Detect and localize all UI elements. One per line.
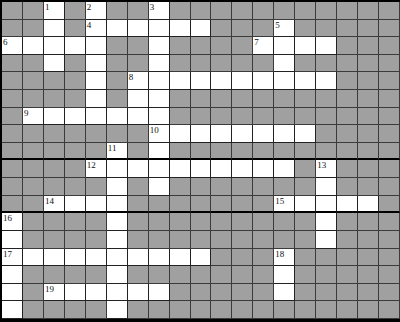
cell-r11c4[interactable] — [86, 196, 107, 214]
blocked-cell-r13c17 — [358, 231, 379, 249]
cell-r16c6[interactable] — [128, 284, 149, 302]
blocked-cell-r0c9 — [191, 2, 212, 20]
blocked-cell-r17c11 — [232, 301, 253, 319]
cell-r11c14[interactable] — [295, 196, 316, 214]
blocked-cell-r12c17 — [358, 213, 379, 231]
blocked-cell-r6c13 — [274, 108, 295, 126]
cell-r7c13[interactable] — [274, 125, 295, 143]
cell-r12c0[interactable]: 16 — [2, 213, 23, 231]
blocked-cell-r0c5 — [107, 2, 128, 20]
cell-r9c13[interactable] — [274, 160, 295, 178]
blocked-cell-r8c13 — [274, 143, 295, 161]
cell-r13c0[interactable] — [2, 231, 23, 249]
blocked-cell-r17c6 — [128, 301, 149, 319]
blocked-cell-r14c12 — [253, 249, 274, 267]
cell-r16c5[interactable] — [107, 284, 128, 302]
blocked-cell-r16c15 — [316, 284, 337, 302]
cell-r7c7[interactable]: 10 — [149, 125, 170, 143]
cell-r10c15[interactable] — [316, 178, 337, 196]
cell-r11c17[interactable] — [358, 196, 379, 214]
cell-r10c7[interactable] — [149, 178, 170, 196]
blocked-cell-r0c16 — [337, 2, 358, 20]
blocked-cell-r15c11 — [232, 266, 253, 284]
blocked-cell-r13c10 — [211, 231, 232, 249]
blocked-cell-r9c3 — [65, 160, 86, 178]
blocked-cell-r1c10 — [211, 20, 232, 38]
blocked-cell-r2c16 — [337, 37, 358, 55]
blocked-cell-r2c8 — [170, 37, 191, 55]
cell-r8c5[interactable]: 11 — [107, 143, 128, 161]
blocked-cell-r4c2 — [44, 72, 65, 90]
cell-r16c3[interactable] — [65, 284, 86, 302]
blocked-cell-r17c3 — [65, 301, 86, 319]
blocked-cell-r15c3 — [65, 266, 86, 284]
blocked-cell-r17c10 — [211, 301, 232, 319]
blocked-cell-r17c2 — [44, 301, 65, 319]
blocked-cell-r4c16 — [337, 72, 358, 90]
blocked-cell-r8c18 — [379, 143, 400, 161]
blocked-cell-r8c10 — [211, 143, 232, 161]
blocked-cell-r8c3 — [65, 143, 86, 161]
blocked-cell-r0c11 — [232, 2, 253, 20]
cell-r4c4[interactable] — [86, 72, 107, 90]
cell-r2c4[interactable] — [86, 37, 107, 55]
blocked-cell-r8c16 — [337, 143, 358, 161]
blocked-cell-r0c12 — [253, 2, 274, 20]
blocked-cell-r13c4 — [86, 231, 107, 249]
blocked-cell-r15c8 — [170, 266, 191, 284]
cell-r11c13[interactable]: 15 — [274, 196, 295, 214]
cell-r8c7[interactable] — [149, 143, 170, 161]
cell-r16c4[interactable] — [86, 284, 107, 302]
cell-r11c5[interactable] — [107, 196, 128, 214]
blocked-cell-r11c1 — [23, 196, 44, 214]
cell-r9c8[interactable] — [170, 160, 191, 178]
blocked-cell-r9c16 — [337, 160, 358, 178]
cell-r2c0[interactable]: 6 — [2, 37, 23, 55]
cell-r15c13[interactable] — [274, 266, 295, 284]
cell-r3c13[interactable] — [274, 55, 295, 73]
blocked-cell-r6c11 — [232, 108, 253, 126]
cell-r4c15[interactable] — [316, 72, 337, 90]
cell-r7c9[interactable] — [191, 125, 212, 143]
blocked-cell-r2c5 — [107, 37, 128, 55]
blocked-cell-r2c6 — [128, 37, 149, 55]
blocked-cell-r6c18 — [379, 108, 400, 126]
cell-r5c4[interactable] — [86, 90, 107, 108]
blocked-cell-r4c18 — [379, 72, 400, 90]
blocked-cell-r13c11 — [232, 231, 253, 249]
blocked-cell-r17c14 — [295, 301, 316, 319]
blocked-cell-r10c1 — [23, 178, 44, 196]
cell-r11c2[interactable]: 14 — [44, 196, 65, 214]
cell-r6c6[interactable] — [128, 108, 149, 126]
clue-number-11: 11 — [108, 143, 117, 153]
blocked-cell-r0c17 — [358, 2, 379, 20]
cell-r14c2[interactable] — [44, 249, 65, 267]
cell-r9c9[interactable] — [191, 160, 212, 178]
clue-number-1: 1 — [45, 2, 50, 12]
cell-r14c7[interactable] — [149, 249, 170, 267]
blocked-cell-r17c12 — [253, 301, 274, 319]
cell-r6c7[interactable] — [149, 108, 170, 126]
blocked-cell-r2c18 — [379, 37, 400, 55]
blocked-cell-r8c2 — [44, 143, 65, 161]
blocked-cell-r5c16 — [337, 90, 358, 108]
cell-r6c5[interactable] — [107, 108, 128, 126]
cell-r17c0[interactable] — [2, 301, 23, 319]
cell-r2c13[interactable] — [274, 37, 295, 55]
cell-r4c11[interactable] — [232, 72, 253, 90]
cell-r2c12[interactable]: 7 — [253, 37, 274, 55]
blocked-cell-r7c5 — [107, 125, 128, 143]
blocked-cell-r0c18 — [379, 2, 400, 20]
blocked-cell-r2c11 — [232, 37, 253, 55]
blocked-cell-r5c2 — [44, 90, 65, 108]
blocked-cell-r3c5 — [107, 55, 128, 73]
blocked-cell-r5c18 — [379, 90, 400, 108]
blocked-cell-r15c17 — [358, 266, 379, 284]
blocked-cell-r13c18 — [379, 231, 400, 249]
cell-r7c8[interactable] — [170, 125, 191, 143]
cell-r1c7[interactable] — [149, 20, 170, 38]
blocked-cell-r12c8 — [170, 213, 191, 231]
blocked-cell-r2c17 — [358, 37, 379, 55]
blocked-cell-r17c18 — [379, 301, 400, 319]
cell-r14c3[interactable] — [65, 249, 86, 267]
cell-r0c2[interactable]: 1 — [44, 2, 65, 20]
cell-r9c10[interactable] — [211, 160, 232, 178]
cell-r14c8[interactable] — [170, 249, 191, 267]
blocked-cell-r9c2 — [44, 160, 65, 178]
cell-r11c16[interactable] — [337, 196, 358, 214]
cell-r9c15[interactable]: 13 — [316, 160, 337, 178]
cell-r7c11[interactable] — [232, 125, 253, 143]
blocked-cell-r13c3 — [65, 231, 86, 249]
cell-r1c13[interactable]: 5 — [274, 20, 295, 38]
cell-r1c4[interactable]: 4 — [86, 20, 107, 38]
clue-number-12: 12 — [87, 160, 96, 170]
cell-r7c14[interactable] — [295, 125, 316, 143]
blocked-cell-r15c6 — [128, 266, 149, 284]
cell-r2c15[interactable] — [316, 37, 337, 55]
clue-number-4: 4 — [87, 20, 92, 30]
blocked-cell-r15c10 — [211, 266, 232, 284]
blocked-cell-r16c14 — [295, 284, 316, 302]
cell-r9c7[interactable] — [149, 160, 170, 178]
cell-r12c5[interactable] — [107, 213, 128, 231]
blocked-cell-r0c6 — [128, 2, 149, 20]
blocked-cell-r5c3 — [65, 90, 86, 108]
blocked-cell-r5c10 — [211, 90, 232, 108]
blocked-cell-r14c10 — [211, 249, 232, 267]
blocked-cell-r12c13 — [274, 213, 295, 231]
blocked-cell-r11c7 — [149, 196, 170, 214]
blocked-cell-r6c15 — [316, 108, 337, 126]
blocked-cell-r1c3 — [65, 20, 86, 38]
blocked-cell-r9c1 — [23, 160, 44, 178]
blocked-cell-r0c8 — [170, 2, 191, 20]
cell-r4c8[interactable] — [170, 72, 191, 90]
cell-r9c12[interactable] — [253, 160, 274, 178]
blocked-cell-r3c0 — [2, 55, 23, 73]
cell-r7c10[interactable] — [211, 125, 232, 143]
cell-r2c1[interactable] — [23, 37, 44, 55]
blocked-cell-r9c0 — [2, 160, 23, 178]
blocked-cell-r16c17 — [358, 284, 379, 302]
blocked-cell-r7c16 — [337, 125, 358, 143]
cell-r15c0[interactable] — [2, 266, 23, 284]
cell-r13c15[interactable] — [316, 231, 337, 249]
blocked-cell-r5c12 — [253, 90, 274, 108]
clue-number-7: 7 — [254, 37, 259, 47]
blocked-cell-r3c11 — [232, 55, 253, 73]
blocked-cell-r7c3 — [65, 125, 86, 143]
blocked-cell-r6c10 — [211, 108, 232, 126]
cell-r4c6[interactable]: 8 — [128, 72, 149, 90]
blocked-cell-r17c8 — [170, 301, 191, 319]
blocked-cell-r17c7 — [149, 301, 170, 319]
blocked-cell-r15c12 — [253, 266, 274, 284]
cell-r1c6[interactable] — [128, 20, 149, 38]
blocked-cell-r12c4 — [86, 213, 107, 231]
blocked-cell-r9c17 — [358, 160, 379, 178]
blocked-cell-r14c15 — [316, 249, 337, 267]
blocked-cell-r10c10 — [211, 178, 232, 196]
blocked-cell-r10c13 — [274, 178, 295, 196]
blocked-cell-r11c11 — [232, 196, 253, 214]
cell-r13c5[interactable] — [107, 231, 128, 249]
blocked-cell-r14c18 — [379, 249, 400, 267]
clue-number-9: 9 — [24, 108, 29, 118]
blocked-cell-r3c6 — [128, 55, 149, 73]
cell-r6c2[interactable] — [44, 108, 65, 126]
blocked-cell-r12c3 — [65, 213, 86, 231]
cell-r1c8[interactable] — [170, 20, 191, 38]
blocked-cell-r4c1 — [23, 72, 44, 90]
clue-number-19: 19 — [45, 284, 54, 294]
cell-r4c9[interactable] — [191, 72, 212, 90]
clue-number-17: 17 — [3, 249, 12, 259]
clue-number-13: 13 — [317, 160, 326, 170]
cell-r9c6[interactable] — [128, 160, 149, 178]
cell-r11c3[interactable] — [65, 196, 86, 214]
blocked-cell-r11c0 — [2, 196, 23, 214]
blocked-cell-r5c14 — [295, 90, 316, 108]
blocked-cell-r1c11 — [232, 20, 253, 38]
cell-r5c6[interactable] — [128, 90, 149, 108]
cell-r12c15[interactable] — [316, 213, 337, 231]
blocked-cell-r10c17 — [358, 178, 379, 196]
blocked-cell-r10c0 — [2, 178, 23, 196]
blocked-cell-r3c8 — [170, 55, 191, 73]
blocked-cell-r10c6 — [128, 178, 149, 196]
cell-r4c10[interactable] — [211, 72, 232, 90]
cell-r14c4[interactable] — [86, 249, 107, 267]
blocked-cell-r4c3 — [65, 72, 86, 90]
blocked-cell-r15c4 — [86, 266, 107, 284]
blocked-cell-r1c14 — [295, 20, 316, 38]
blocked-cell-r7c17 — [358, 125, 379, 143]
blocked-cell-r11c12 — [253, 196, 274, 214]
blocked-cell-r6c12 — [253, 108, 274, 126]
clue-number-18: 18 — [275, 249, 284, 259]
blocked-cell-r5c11 — [232, 90, 253, 108]
blocked-cell-r13c8 — [170, 231, 191, 249]
blocked-cell-r3c10 — [211, 55, 232, 73]
blocked-cell-r13c1 — [23, 231, 44, 249]
blocked-cell-r16c18 — [379, 284, 400, 302]
blocked-cell-r9c18 — [379, 160, 400, 178]
blocked-cell-r5c13 — [274, 90, 295, 108]
cell-r5c7[interactable] — [149, 90, 170, 108]
blocked-cell-r11c10 — [211, 196, 232, 214]
crossword-puzzle: 12345678910111213141516171819 — [0, 0, 400, 322]
blocked-cell-r14c17 — [358, 249, 379, 267]
cell-r1c2[interactable] — [44, 20, 65, 38]
blocked-cell-r13c14 — [295, 231, 316, 249]
blocked-cell-r6c0 — [2, 108, 23, 126]
cell-r1c9[interactable] — [191, 20, 212, 38]
blocked-cell-r16c12 — [253, 284, 274, 302]
blocked-cell-r11c6 — [128, 196, 149, 214]
cell-r14c5[interactable] — [107, 249, 128, 267]
blocked-cell-r7c2 — [44, 125, 65, 143]
blocked-cell-r8c0 — [2, 143, 23, 161]
blocked-cell-r13c13 — [274, 231, 295, 249]
blocked-cell-r3c18 — [379, 55, 400, 73]
cell-r9c4[interactable]: 12 — [86, 160, 107, 178]
blocked-cell-r10c14 — [295, 178, 316, 196]
blocked-cell-r3c1 — [23, 55, 44, 73]
cell-r16c2[interactable]: 19 — [44, 284, 65, 302]
cell-r6c4[interactable] — [86, 108, 107, 126]
cell-r14c13[interactable]: 18 — [274, 249, 295, 267]
cell-r15c5[interactable] — [107, 266, 128, 284]
cell-r2c7[interactable] — [149, 37, 170, 55]
cell-r6c1[interactable]: 9 — [23, 108, 44, 126]
blocked-cell-r3c14 — [295, 55, 316, 73]
blocked-cell-r16c9 — [191, 284, 212, 302]
clue-number-3: 3 — [150, 2, 155, 12]
blocked-cell-r16c8 — [170, 284, 191, 302]
blocked-cell-r7c6 — [128, 125, 149, 143]
cell-r11c15[interactable] — [316, 196, 337, 214]
blocked-cell-r10c2 — [44, 178, 65, 196]
blocked-cell-r14c14 — [295, 249, 316, 267]
blocked-cell-r15c16 — [337, 266, 358, 284]
blocked-cell-r8c11 — [232, 143, 253, 161]
blocked-cell-r8c15 — [316, 143, 337, 161]
cell-r4c12[interactable] — [253, 72, 274, 90]
blocked-cell-r12c9 — [191, 213, 212, 231]
clue-number-14: 14 — [45, 196, 54, 206]
blocked-cell-r3c12 — [253, 55, 274, 73]
blocked-cell-r0c0 — [2, 2, 23, 20]
blocked-cell-r15c14 — [295, 266, 316, 284]
blocked-cell-r5c15 — [316, 90, 337, 108]
blocked-cell-r12c16 — [337, 213, 358, 231]
blocked-cell-r8c1 — [23, 143, 44, 161]
cell-r14c6[interactable] — [128, 249, 149, 267]
cell-r7c12[interactable] — [253, 125, 274, 143]
clue-number-8: 8 — [129, 72, 134, 82]
cell-r3c7[interactable] — [149, 55, 170, 73]
cell-r10c5[interactable] — [107, 178, 128, 196]
cell-r2c2[interactable] — [44, 37, 65, 55]
cell-r6c3[interactable] — [65, 108, 86, 126]
blocked-cell-r17c16 — [337, 301, 358, 319]
cell-r16c13[interactable] — [274, 284, 295, 302]
cell-r16c0[interactable] — [2, 284, 23, 302]
blocked-cell-r15c7 — [149, 266, 170, 284]
blocked-cell-r3c3 — [65, 55, 86, 73]
blocked-cell-r13c9 — [191, 231, 212, 249]
cell-r4c14[interactable] — [295, 72, 316, 90]
blocked-cell-r12c7 — [149, 213, 170, 231]
blocked-cell-r10c9 — [191, 178, 212, 196]
blocked-cell-r2c9 — [191, 37, 212, 55]
blocked-cell-r13c2 — [44, 231, 65, 249]
blocked-cell-r15c1 — [23, 266, 44, 284]
cell-r9c11[interactable] — [232, 160, 253, 178]
cell-r2c3[interactable] — [65, 37, 86, 55]
blocked-cell-r5c5 — [107, 90, 128, 108]
blocked-cell-r12c12 — [253, 213, 274, 231]
blocked-cell-r7c1 — [23, 125, 44, 143]
cell-r4c7[interactable] — [149, 72, 170, 90]
blocked-cell-r9c14 — [295, 160, 316, 178]
cell-r4c13[interactable] — [274, 72, 295, 90]
blocked-cell-r12c6 — [128, 213, 149, 231]
cell-r14c1[interactable] — [23, 249, 44, 267]
blocked-cell-r8c6 — [128, 143, 149, 161]
blocked-cell-r0c14 — [295, 2, 316, 20]
cell-r3c2[interactable] — [44, 55, 65, 73]
cell-r0c4[interactable]: 2 — [86, 2, 107, 20]
blocked-cell-r6c8 — [170, 108, 191, 126]
cell-r16c7[interactable] — [149, 284, 170, 302]
blocked-cell-r5c0 — [2, 90, 23, 108]
clue-number-5: 5 — [275, 20, 280, 30]
blocked-cell-r1c17 — [358, 20, 379, 38]
blocked-cell-r1c0 — [2, 20, 23, 38]
blocked-cell-r15c9 — [191, 266, 212, 284]
cell-r3c4[interactable] — [86, 55, 107, 73]
blocked-cell-r0c3 — [65, 2, 86, 20]
blocked-cell-r1c15 — [316, 20, 337, 38]
cell-r9c5[interactable] — [107, 160, 128, 178]
cell-r14c0[interactable]: 17 — [2, 249, 23, 267]
blocked-cell-r3c9 — [191, 55, 212, 73]
blocked-cell-r3c16 — [337, 55, 358, 73]
blocked-cell-r17c15 — [316, 301, 337, 319]
blocked-cell-r15c18 — [379, 266, 400, 284]
cell-r2c14[interactable] — [295, 37, 316, 55]
blocked-cell-r8c4 — [86, 143, 107, 161]
blocked-cell-r13c12 — [253, 231, 274, 249]
blocked-cell-r16c11 — [232, 284, 253, 302]
blocked-cell-r12c1 — [23, 213, 44, 231]
cell-r14c9[interactable] — [191, 249, 212, 267]
cell-r0c7[interactable]: 3 — [149, 2, 170, 20]
blocked-cell-r13c6 — [128, 231, 149, 249]
blocked-cell-r1c12 — [253, 20, 274, 38]
cell-r17c5[interactable] — [107, 301, 128, 319]
blocked-cell-r11c9 — [191, 196, 212, 214]
blocked-cell-r12c2 — [44, 213, 65, 231]
cell-r1c5[interactable] — [107, 20, 128, 38]
